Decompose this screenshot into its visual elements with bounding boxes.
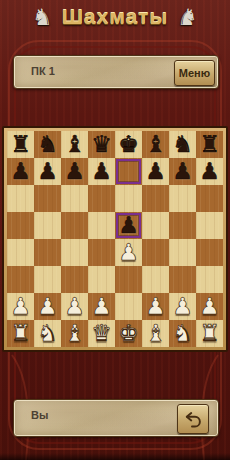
black-pawn[interactable]: ♟ xyxy=(199,160,220,183)
square-b4[interactable] xyxy=(34,239,61,266)
square-h1[interactable]: ♜ xyxy=(196,320,223,347)
white-pawn[interactable]: ♟ xyxy=(172,295,193,318)
square-f3[interactable] xyxy=(142,266,169,293)
white-pawn[interactable]: ♟ xyxy=(64,295,85,318)
square-g6[interactable] xyxy=(169,185,196,212)
square-g8[interactable]: ♞ xyxy=(169,131,196,158)
square-g5[interactable] xyxy=(169,212,196,239)
white-bishop[interactable]: ♝ xyxy=(145,322,166,345)
square-d7[interactable]: ♟ xyxy=(88,158,115,185)
player-name-label: Вы xyxy=(31,409,48,421)
square-f2[interactable]: ♟ xyxy=(142,293,169,320)
black-pawn[interactable]: ♟ xyxy=(91,160,112,183)
black-pawn[interactable]: ♟ xyxy=(145,160,166,183)
square-h5[interactable] xyxy=(196,212,223,239)
menu-button[interactable]: Меню xyxy=(174,60,215,86)
knight-icon-right: ♞ xyxy=(177,6,198,29)
square-e6[interactable] xyxy=(115,185,142,212)
square-b1[interactable]: ♞ xyxy=(34,320,61,347)
white-queen[interactable]: ♛ xyxy=(91,322,112,345)
square-b7[interactable]: ♟ xyxy=(34,158,61,185)
square-h8[interactable]: ♜ xyxy=(196,131,223,158)
white-knight[interactable]: ♞ xyxy=(172,322,193,345)
black-queen[interactable]: ♛ xyxy=(91,133,112,156)
square-e3[interactable] xyxy=(115,266,142,293)
square-a2[interactable]: ♟ xyxy=(7,293,34,320)
square-a5[interactable] xyxy=(7,212,34,239)
square-c4[interactable] xyxy=(61,239,88,266)
square-a4[interactable] xyxy=(7,239,34,266)
square-h4[interactable] xyxy=(196,239,223,266)
square-b8[interactable]: ♞ xyxy=(34,131,61,158)
white-king[interactable]: ♚ xyxy=(118,322,139,345)
square-d1[interactable]: ♛ xyxy=(88,320,115,347)
square-g7[interactable]: ♟ xyxy=(169,158,196,185)
white-pawn[interactable]: ♟ xyxy=(91,295,112,318)
square-a1[interactable]: ♜ xyxy=(7,320,34,347)
square-g2[interactable]: ♟ xyxy=(169,293,196,320)
square-d8[interactable]: ♛ xyxy=(88,131,115,158)
white-pawn[interactable]: ♟ xyxy=(118,241,139,264)
square-e2[interactable] xyxy=(115,293,142,320)
black-knight[interactable]: ♞ xyxy=(172,133,193,156)
black-pawn[interactable]: ♟ xyxy=(172,160,193,183)
square-f1[interactable]: ♝ xyxy=(142,320,169,347)
white-rook[interactable]: ♜ xyxy=(10,322,31,345)
square-h6[interactable] xyxy=(196,185,223,212)
square-a8[interactable]: ♜ xyxy=(7,131,34,158)
white-pawn[interactable]: ♟ xyxy=(145,295,166,318)
square-e7[interactable] xyxy=(115,158,142,185)
black-rook[interactable]: ♜ xyxy=(10,133,31,156)
black-pawn[interactable]: ♟ xyxy=(10,160,31,183)
black-rook[interactable]: ♜ xyxy=(199,133,220,156)
undo-button[interactable] xyxy=(177,404,209,434)
square-d3[interactable] xyxy=(88,266,115,293)
white-pawn[interactable]: ♟ xyxy=(199,295,220,318)
white-knight[interactable]: ♞ xyxy=(37,322,58,345)
square-c2[interactable]: ♟ xyxy=(61,293,88,320)
black-king[interactable]: ♚ xyxy=(118,133,139,156)
square-e1[interactable]: ♚ xyxy=(115,320,142,347)
chess-app-screen: ♞ Шахматы ♞ ПК 1 Меню ♜♞♝♛♚♝♞♜♟♟♟♟♟♟♟♟♟♟… xyxy=(0,0,230,460)
opponent-bar: ПК 1 Меню xyxy=(13,55,219,89)
title-bar: ♞ Шахматы ♞ xyxy=(0,3,230,31)
square-f8[interactable]: ♝ xyxy=(142,131,169,158)
square-e5[interactable]: ♟ xyxy=(115,212,142,239)
app-title: Шахматы xyxy=(62,5,169,29)
square-a7[interactable]: ♟ xyxy=(7,158,34,185)
square-b3[interactable] xyxy=(34,266,61,293)
square-e8[interactable]: ♚ xyxy=(115,131,142,158)
white-pawn[interactable]: ♟ xyxy=(10,295,31,318)
square-h2[interactable]: ♟ xyxy=(196,293,223,320)
white-rook[interactable]: ♜ xyxy=(199,322,220,345)
square-c6[interactable] xyxy=(61,185,88,212)
square-f4[interactable] xyxy=(142,239,169,266)
square-b5[interactable] xyxy=(34,212,61,239)
black-pawn[interactable]: ♟ xyxy=(118,214,139,237)
square-g3[interactable] xyxy=(169,266,196,293)
square-d4[interactable] xyxy=(88,239,115,266)
chess-board: ♜♞♝♛♚♝♞♜♟♟♟♟♟♟♟♟♟♟♟♟♟♟♟♟♜♞♝♛♚♝♞♜ xyxy=(7,131,223,347)
knight-icon-left: ♞ xyxy=(32,6,53,29)
square-b2[interactable]: ♟ xyxy=(34,293,61,320)
square-h7[interactable]: ♟ xyxy=(196,158,223,185)
square-a3[interactable] xyxy=(7,266,34,293)
board-frame: ♜♞♝♛♚♝♞♜♟♟♟♟♟♟♟♟♟♟♟♟♟♟♟♟♜♞♝♛♚♝♞♜ xyxy=(2,126,228,352)
square-g1[interactable]: ♞ xyxy=(169,320,196,347)
black-knight[interactable]: ♞ xyxy=(37,133,58,156)
square-c8[interactable]: ♝ xyxy=(61,131,88,158)
black-pawn[interactable]: ♟ xyxy=(37,160,58,183)
square-c5[interactable] xyxy=(61,212,88,239)
opponent-name-label: ПК 1 xyxy=(31,65,55,77)
square-c3[interactable] xyxy=(61,266,88,293)
square-d2[interactable]: ♟ xyxy=(88,293,115,320)
undo-icon xyxy=(184,410,203,428)
black-bishop[interactable]: ♝ xyxy=(64,133,85,156)
square-d6[interactable] xyxy=(88,185,115,212)
square-e4[interactable]: ♟ xyxy=(115,239,142,266)
square-h3[interactable] xyxy=(196,266,223,293)
square-d5[interactable] xyxy=(88,212,115,239)
square-a6[interactable] xyxy=(7,185,34,212)
square-f7[interactable]: ♟ xyxy=(142,158,169,185)
white-pawn[interactable]: ♟ xyxy=(37,295,58,318)
square-c1[interactable]: ♝ xyxy=(61,320,88,347)
square-c7[interactable]: ♟ xyxy=(61,158,88,185)
white-bishop[interactable]: ♝ xyxy=(64,322,85,345)
black-bishop[interactable]: ♝ xyxy=(145,133,166,156)
square-f6[interactable] xyxy=(142,185,169,212)
square-b6[interactable] xyxy=(34,185,61,212)
square-f5[interactable] xyxy=(142,212,169,239)
square-g4[interactable] xyxy=(169,239,196,266)
player-bar: Вы xyxy=(13,399,219,437)
black-pawn[interactable]: ♟ xyxy=(64,160,85,183)
